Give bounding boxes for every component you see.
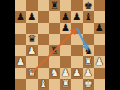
square-d7 [49, 11, 60, 22]
square-d3 [49, 56, 60, 67]
white-pawn: ♟ [72, 68, 81, 78]
square-f7: ♟ [71, 11, 82, 22]
letterbox-right [105, 0, 120, 90]
square-c5 [38, 34, 49, 45]
square-a6 [15, 23, 26, 34]
square-h4 [94, 45, 105, 56]
square-b4: ♟ [26, 45, 37, 56]
square-d2: ♞ [49, 68, 60, 79]
square-a2 [15, 68, 26, 79]
square-c3 [38, 56, 49, 67]
square-h7 [94, 11, 105, 22]
square-g5 [83, 34, 94, 45]
white-pawn: ♟ [27, 45, 36, 55]
white-pawn: ♟ [95, 56, 104, 66]
square-e1: ♜ [60, 79, 71, 90]
square-f3 [71, 56, 82, 67]
black-pawn: ♟ [61, 11, 70, 21]
square-g3: ♜ [83, 56, 94, 67]
square-e6: ♟ [60, 23, 71, 34]
white-rook: ♜ [61, 79, 70, 89]
black-rook: ♜ [50, 0, 59, 10]
square-g4: ♞ [83, 45, 94, 56]
square-f4 [71, 45, 82, 56]
square-a1 [15, 79, 26, 90]
square-a4 [15, 45, 26, 56]
square-g8: ♚ [83, 0, 94, 11]
black-pawn: ♟ [16, 11, 25, 21]
square-c2 [38, 68, 49, 79]
square-f1 [71, 79, 82, 90]
white-pawn: ♟ [61, 68, 70, 78]
black-rook: ♜ [50, 45, 59, 55]
white-knight: ♞ [50, 68, 59, 78]
square-c6 [38, 23, 49, 34]
square-e8 [60, 0, 71, 11]
white-bishop: ♝ [39, 79, 48, 89]
square-a7: ♟ [15, 11, 26, 22]
square-g2: ♟ [83, 68, 94, 79]
square-b6 [26, 23, 37, 34]
square-g1: ♚ [83, 79, 94, 90]
square-f5 [71, 34, 82, 45]
white-pawn: ♟ [84, 68, 93, 78]
square-c1: ♝ [38, 79, 49, 90]
square-h2 [94, 68, 105, 79]
square-d5 [49, 34, 60, 45]
white-pawn: ♟ [16, 56, 25, 66]
square-h3: ♟ [94, 56, 105, 67]
square-d6 [49, 23, 60, 34]
black-bishop: ♝ [84, 11, 93, 21]
square-d4: ♜ [49, 45, 60, 56]
square-a3: ♟ [15, 56, 26, 67]
square-b3 [26, 56, 37, 67]
square-b2: ♛ [26, 68, 37, 79]
black-queen: ♛ [27, 34, 36, 44]
white-rook: ♜ [84, 56, 93, 66]
square-b1 [26, 79, 37, 90]
letterbox-left [0, 0, 15, 90]
square-e7: ♟ [60, 11, 71, 22]
square-f8 [71, 0, 82, 11]
black-pawn: ♟ [27, 11, 36, 21]
square-e3 [60, 56, 71, 67]
black-pawn: ♟ [72, 11, 81, 21]
white-king: ♚ [84, 79, 93, 89]
chess-board[interactable]: ♜♚♟♟♟♟♝♟♟♛♟♜♞♟♜♟♛♞♟♟♟♝♜♚ [15, 0, 105, 90]
square-a8 [15, 0, 26, 11]
square-e2: ♟ [60, 68, 71, 79]
square-b5: ♛ [26, 34, 37, 45]
square-d1 [49, 79, 60, 90]
square-g7: ♝ [83, 11, 94, 22]
black-pawn: ♟ [61, 23, 70, 33]
square-b7: ♟ [26, 11, 37, 22]
video-thumbnail[interactable]: ♜♚♟♟♟♟♝♟♟♛♟♜♞♟♜♟♛♞♟♟♟♝♜♚ [0, 0, 120, 90]
square-d8: ♜ [49, 0, 60, 11]
square-f6 [71, 23, 82, 34]
square-b8 [26, 0, 37, 11]
square-h5 [94, 34, 105, 45]
square-c4 [38, 45, 49, 56]
square-h6: ♟ [94, 23, 105, 34]
black-pawn: ♟ [95, 23, 104, 33]
square-g6 [83, 23, 94, 34]
square-e4 [60, 45, 71, 56]
square-a5 [15, 34, 26, 45]
black-knight: ♞ [84, 45, 93, 55]
square-c7 [38, 11, 49, 22]
white-queen: ♛ [27, 68, 36, 78]
square-h1 [94, 79, 105, 90]
black-king: ♚ [84, 0, 93, 10]
square-e5 [60, 34, 71, 45]
square-h8 [94, 0, 105, 11]
square-f2: ♟ [71, 68, 82, 79]
square-c8 [38, 0, 49, 11]
